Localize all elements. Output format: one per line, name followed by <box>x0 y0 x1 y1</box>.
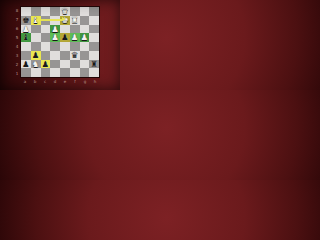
piece-black-rook[interactable]: ♜ <box>89 60 99 69</box>
square-e5[interactable]: ♟ <box>60 33 70 42</box>
square-f2[interactable] <box>70 60 80 69</box>
square-e4[interactable] <box>60 42 70 51</box>
square-c2[interactable]: ♟ <box>41 60 51 69</box>
square-f7[interactable]: ♜ <box>70 16 80 25</box>
square-d3[interactable] <box>50 51 60 60</box>
rank-label-2: 2 <box>14 60 20 69</box>
piece-white-knight[interactable]: ♞ <box>31 60 41 69</box>
piece-white-rook[interactable]: ♜ <box>70 16 80 25</box>
rank-label-7: 7 <box>14 15 20 24</box>
chess-app-window: ♛♚♝♚♜♟♟♝♟♟♟♟♟♛♟♞♟♜ abcdefgh 87654321 <box>0 0 120 90</box>
arrow-head-icon <box>62 17 66 21</box>
square-c1[interactable] <box>41 68 51 77</box>
piece-black-pawn[interactable]: ♟ <box>60 33 70 42</box>
square-e3[interactable] <box>60 51 70 60</box>
square-g2[interactable] <box>80 60 90 69</box>
rank-label-6: 6 <box>14 24 20 33</box>
file-label-b: b <box>30 79 40 85</box>
square-h4[interactable] <box>89 42 99 51</box>
square-h2[interactable]: ♜ <box>89 60 99 69</box>
square-c4[interactable] <box>41 42 51 51</box>
square-g5[interactable]: ♟ <box>80 33 90 42</box>
square-f1[interactable] <box>70 68 80 77</box>
square-e1[interactable] <box>60 68 70 77</box>
square-h7[interactable] <box>89 16 99 25</box>
square-c8[interactable] <box>41 7 51 16</box>
square-a5[interactable]: ♝ <box>21 33 31 42</box>
file-label-f: f <box>70 79 80 85</box>
square-b1[interactable] <box>31 68 41 77</box>
square-g4[interactable] <box>80 42 90 51</box>
piece-black-queen[interactable]: ♛ <box>70 51 80 60</box>
piece-white-pawn[interactable]: ♟ <box>50 33 60 42</box>
square-h1[interactable] <box>89 68 99 77</box>
piece-black-bishop[interactable]: ♝ <box>21 33 31 42</box>
square-e2[interactable] <box>60 60 70 69</box>
square-a2[interactable]: ♟ <box>21 60 31 69</box>
move-arrow <box>36 19 63 21</box>
file-label-d: d <box>50 79 60 85</box>
rank-label-8: 8 <box>14 6 20 15</box>
square-g1[interactable] <box>80 68 90 77</box>
square-c6[interactable] <box>41 25 51 34</box>
piece-white-pawn[interactable]: ♟ <box>80 33 90 42</box>
square-h5[interactable] <box>89 33 99 42</box>
chess-board[interactable]: ♛♚♝♚♜♟♟♝♟♟♟♟♟♛♟♞♟♜ <box>20 6 100 78</box>
square-b2[interactable]: ♞ <box>31 60 41 69</box>
file-label-g: g <box>80 79 90 85</box>
file-label-h: h <box>90 79 100 85</box>
square-h6[interactable] <box>89 25 99 34</box>
square-d4[interactable] <box>50 42 60 51</box>
square-d5[interactable]: ♟ <box>50 33 60 42</box>
square-b6[interactable] <box>31 25 41 34</box>
square-a1[interactable] <box>21 68 31 77</box>
file-label-a: a <box>20 79 30 85</box>
file-label-e: e <box>60 79 70 85</box>
rank-label-3: 3 <box>14 51 20 60</box>
square-f5[interactable]: ♟ <box>70 33 80 42</box>
square-c5[interactable] <box>41 33 51 42</box>
square-g7[interactable] <box>80 16 90 25</box>
square-g3[interactable] <box>80 51 90 60</box>
square-g8[interactable] <box>80 7 90 16</box>
square-d2[interactable] <box>50 60 60 69</box>
piece-black-pawn[interactable]: ♟ <box>21 60 31 69</box>
square-a4[interactable] <box>21 42 31 51</box>
square-f3[interactable]: ♛ <box>70 51 80 60</box>
rank-label-5: 5 <box>14 33 20 42</box>
square-b5[interactable] <box>31 33 41 42</box>
rank-labels: 87654321 <box>14 6 20 78</box>
piece-white-pawn[interactable]: ♟ <box>70 33 80 42</box>
file-labels: abcdefgh <box>20 79 100 85</box>
square-d8[interactable] <box>50 7 60 16</box>
piece-black-pawn[interactable]: ♟ <box>41 60 51 69</box>
square-d1[interactable] <box>50 68 60 77</box>
rank-label-1: 1 <box>14 69 20 78</box>
file-label-c: c <box>40 79 50 85</box>
square-h8[interactable] <box>89 7 99 16</box>
rank-label-4: 4 <box>14 42 20 51</box>
